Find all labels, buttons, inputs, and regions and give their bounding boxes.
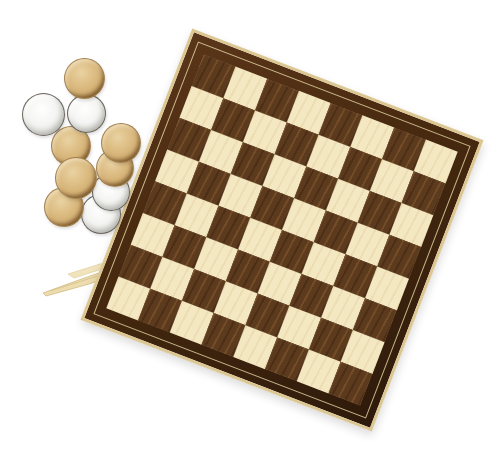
product-photo-canvas [0,0,500,454]
checker-disc-white[interactable] [22,93,65,136]
checker-disc-white[interactable] [67,94,106,133]
checker-disc-wood[interactable] [101,123,141,163]
checker-disc-wood[interactable] [64,58,105,99]
checker-disc-wood[interactable] [55,157,97,199]
checkers-board [80,28,483,431]
board-field [106,54,457,405]
